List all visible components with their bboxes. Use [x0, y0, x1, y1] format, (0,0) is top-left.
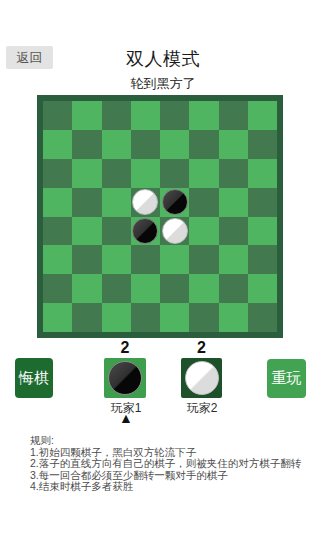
board-cell-g5[interactable] — [219, 188, 248, 217]
board-cell-g3[interactable] — [219, 245, 248, 274]
board-cell-a4[interactable] — [43, 217, 72, 246]
board-cell-f5[interactable] — [189, 188, 218, 217]
player1-tile — [104, 358, 146, 398]
board-cell-c1[interactable] — [102, 303, 131, 332]
board-cell-b3[interactable] — [72, 245, 101, 274]
board-cell-e1[interactable] — [160, 303, 189, 332]
board-cell-b4[interactable] — [72, 217, 101, 246]
board-cell-f4[interactable] — [189, 217, 218, 246]
board-cell-f7[interactable] — [189, 130, 218, 159]
board-cell-d3[interactable] — [131, 245, 160, 274]
board-cell-c3[interactable] — [102, 245, 131, 274]
board-cell-a7[interactable] — [43, 130, 72, 159]
player2-white-disc-icon — [185, 361, 219, 395]
board — [37, 95, 283, 338]
board-cell-e4[interactable] — [160, 217, 189, 246]
board-cell-d7[interactable] — [131, 130, 160, 159]
undo-button[interactable]: 悔棋 — [15, 358, 53, 398]
board-cell-c2[interactable] — [102, 274, 131, 303]
board-cell-h7[interactable] — [248, 130, 277, 159]
board-cell-b6[interactable] — [72, 159, 101, 188]
board-cell-g2[interactable] — [219, 274, 248, 303]
board-cell-g8[interactable] — [219, 101, 248, 130]
board-cell-d2[interactable] — [131, 274, 160, 303]
board-cell-f2[interactable] — [189, 274, 218, 303]
board-cell-h5[interactable] — [248, 188, 277, 217]
board-cell-b8[interactable] — [72, 101, 101, 130]
board-cell-d8[interactable] — [131, 101, 160, 130]
player1-black-disc-icon — [108, 361, 142, 395]
board-cell-a3[interactable] — [43, 245, 72, 274]
black-disc — [162, 189, 188, 215]
active-player-triangle-icon: ▲ — [104, 410, 148, 426]
black-disc — [132, 218, 158, 244]
white-disc — [162, 218, 188, 244]
board-cell-c5[interactable] — [102, 188, 131, 217]
replay-button[interactable]: 重玩 — [267, 359, 306, 398]
board-cell-b7[interactable] — [72, 130, 101, 159]
board-cell-a5[interactable] — [43, 188, 72, 217]
rules-title: 规则: — [30, 435, 318, 447]
board-cell-f6[interactable] — [189, 159, 218, 188]
board-cell-d6[interactable] — [131, 159, 160, 188]
player2-disc-count: 2 — [181, 339, 222, 356]
board-cell-e6[interactable] — [160, 159, 189, 188]
board-cell-a2[interactable] — [43, 274, 72, 303]
rules-block: 规则: 1.初始四颗棋子，黑白双方轮流下子 2.落子的直线方向有自己的棋子，则被… — [30, 435, 318, 493]
board-cell-h2[interactable] — [248, 274, 277, 303]
board-cell-g4[interactable] — [219, 217, 248, 246]
board-cell-g7[interactable] — [219, 130, 248, 159]
board-cell-b5[interactable] — [72, 188, 101, 217]
board-cell-f1[interactable] — [189, 303, 218, 332]
board-cell-e8[interactable] — [160, 101, 189, 130]
board-cell-h4[interactable] — [248, 217, 277, 246]
board-cell-d1[interactable] — [131, 303, 160, 332]
board-cell-a1[interactable] — [43, 303, 72, 332]
board-cell-f8[interactable] — [189, 101, 218, 130]
board-cell-d4[interactable] — [131, 217, 160, 246]
board-cell-h8[interactable] — [248, 101, 277, 130]
board-cell-g1[interactable] — [219, 303, 248, 332]
board-cell-c7[interactable] — [102, 130, 131, 159]
board-cell-d5[interactable] — [131, 188, 160, 217]
board-cell-c4[interactable] — [102, 217, 131, 246]
board-cell-h3[interactable] — [248, 245, 277, 274]
board-cell-a6[interactable] — [43, 159, 72, 188]
board-cell-c6[interactable] — [102, 159, 131, 188]
board-cell-g6[interactable] — [219, 159, 248, 188]
rule-line: 4.结束时棋子多者获胜 — [30, 481, 318, 493]
board-cell-e3[interactable] — [160, 245, 189, 274]
board-cell-b2[interactable] — [72, 274, 101, 303]
player2-tile — [181, 358, 222, 398]
board-cell-f3[interactable] — [189, 245, 218, 274]
board-cell-e7[interactable] — [160, 130, 189, 159]
board-cell-h1[interactable] — [248, 303, 277, 332]
board-cell-h6[interactable] — [248, 159, 277, 188]
board-cell-a8[interactable] — [43, 101, 72, 130]
page-title: 双人模式 — [0, 47, 326, 71]
white-disc — [132, 189, 158, 215]
board-cell-e2[interactable] — [160, 274, 189, 303]
board-cell-c8[interactable] — [102, 101, 131, 130]
two-player-othello-screen: 返回 双人模式 轮到黑方了 2 2 悔棋 重玩 玩家1 玩家2 ▲ 规则: 1.… — [0, 0, 326, 560]
player2-label: 玩家2 — [177, 400, 227, 417]
player1-disc-count: 2 — [104, 339, 146, 356]
board-cell-e5[interactable] — [160, 188, 189, 217]
turn-status-text: 轮到黑方了 — [0, 75, 326, 93]
board-cell-b1[interactable] — [72, 303, 101, 332]
